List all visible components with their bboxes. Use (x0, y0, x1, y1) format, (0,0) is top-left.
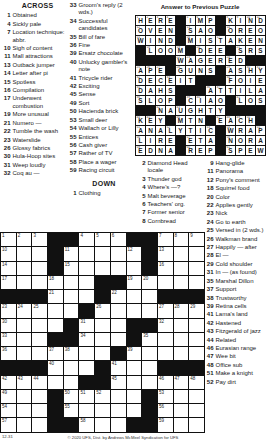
answer-cell-r10c10-black (226, 106, 235, 115)
answer-cell-r11c1: 44K (136, 116, 145, 125)
cell-r2c13[interactable] (189, 247, 204, 260)
cell-r7c7[interactable] (95, 319, 110, 332)
answer-cell-r11c12: 50H (246, 116, 255, 125)
cell-r11c4[interactable] (48, 376, 63, 389)
cell-r1c2[interactable]: 2 (17, 233, 32, 246)
cell-r9c11[interactable] (158, 347, 173, 360)
clue-text: Exciting (79, 83, 133, 90)
across-header: ACROSS (10, 2, 65, 9)
cell-letter: I (250, 77, 252, 84)
clue-number: 20 (204, 194, 216, 201)
clue-down-27: 27Happily — after (204, 244, 265, 251)
cell-number: 11 (65, 247, 70, 252)
answer-cell-r11c7: N (196, 116, 205, 125)
clue-across-50: 50Hacienda brick (67, 108, 132, 115)
clue-number: 19 (1, 111, 13, 118)
cell-number: 4 (80, 233, 83, 238)
cell-r14c8[interactable] (111, 418, 126, 431)
cell-r12c3[interactable] (32, 390, 47, 403)
cell-r7c2[interactable] (17, 319, 32, 332)
cell-r9c10[interactable] (142, 347, 157, 360)
answer-cell-r14c6: 60R (186, 146, 195, 155)
answer-cell-r8c5-black (176, 86, 185, 95)
cell-r14c2[interactable] (17, 418, 32, 431)
cell-letter: E (198, 147, 202, 154)
cell-r11c1[interactable]: 42 (1, 376, 16, 389)
cell-r7c1[interactable]: 30 (1, 319, 16, 332)
cell-r13c3[interactable] (32, 404, 47, 417)
answer-cell-r14c11: P (236, 146, 245, 155)
cell-r8c13[interactable] (189, 333, 204, 346)
clue-number: 33 (67, 2, 79, 17)
clue-number: 22 (204, 202, 216, 209)
clue-text: El — (216, 252, 266, 259)
cell-r6c8[interactable] (111, 304, 126, 317)
cell-r7c8[interactable] (111, 319, 126, 332)
answer-cell-r11c10: 48A (226, 116, 235, 125)
clue-text: Glossy fabrics (13, 145, 66, 152)
answer-cell-r12c2: N (146, 126, 155, 135)
cell-letter: A (168, 107, 173, 114)
cell-r3c9[interactable] (127, 262, 142, 275)
cell-r1c11[interactable]: 7 (158, 233, 173, 246)
cell-number: 10 (247, 16, 250, 19)
cell-r9c6[interactable] (79, 347, 94, 360)
cell-r11c10[interactable] (142, 376, 157, 389)
cell-number: 21 (237, 46, 240, 49)
clue-number: 18 (204, 185, 216, 192)
clue-number: 55 (67, 134, 79, 141)
cell-r11c2[interactable]: 43 (17, 376, 32, 389)
cell-number: 23 (187, 56, 190, 59)
clue-across-54: 54Wallach or Lilly (67, 125, 132, 132)
cell-r14c1[interactable]: 57 (1, 418, 16, 431)
cell-r7c3[interactable] (32, 319, 47, 332)
answer-cell-r5c13-black (256, 56, 265, 65)
cell-r6c3[interactable]: 25 (32, 304, 47, 317)
clue-text: Sigh of content (13, 45, 66, 52)
answer-cell-r3c10: A (226, 36, 235, 45)
clue-text: Tumble the wash (13, 128, 66, 135)
cell-r4c6[interactable] (79, 276, 94, 289)
cell-r12c8[interactable] (111, 390, 126, 403)
cell-number: 59 (137, 146, 140, 149)
cell-r7c12[interactable] (174, 319, 189, 332)
cell-letter: E (218, 47, 222, 54)
clue-down-29: 29Cold shoulder (204, 261, 265, 268)
cell-r12c11[interactable]: 53 (158, 390, 173, 403)
clue-text: Teachers' org. (148, 201, 201, 208)
cell-r3c1[interactable]: 14 (1, 262, 16, 275)
cell-r3c13[interactable] (189, 262, 204, 275)
cell-r11c9[interactable] (127, 376, 142, 389)
cell-number: 41 (237, 96, 240, 99)
cell-letter: T (199, 137, 203, 144)
across-clue-list-1: 1Obtained4Sickly pale7Location technique… (1, 12, 65, 177)
clue-text: Ersatz chocolate (79, 50, 133, 57)
cell-r12c5[interactable]: 50 (64, 390, 79, 403)
clue-text: Tricycle rider (79, 75, 133, 82)
answer-cell-r8c2: A (146, 86, 155, 95)
answer-cell-r1c1: 1H (136, 16, 145, 25)
cell-r1c5-black (64, 233, 79, 246)
cell-r12c9[interactable] (127, 390, 142, 403)
answer-cell-r4c13: S (256, 46, 265, 55)
cell-r1c3[interactable]: 3 (32, 233, 47, 246)
answer-cell-r3c7: I (196, 36, 205, 45)
clue-down-4: 4Where's —? (136, 184, 200, 191)
cell-number: 19 (177, 46, 180, 49)
cell-r13c11[interactable]: 56 (158, 404, 173, 417)
cell-number: 21 (49, 290, 54, 295)
cell-letter: N (258, 37, 263, 44)
clue-across-55: 55Entices (67, 134, 132, 141)
clue-number: 7 (1, 29, 13, 44)
cell-r11c3[interactable]: 44 (32, 376, 47, 389)
cell-letter: O (158, 47, 163, 54)
answer-cell-r5c11: D (236, 56, 245, 65)
cell-r6c12[interactable]: 28 (174, 304, 189, 317)
cell-letter: O (258, 27, 263, 34)
cell-r4c4[interactable]: 18 (48, 276, 63, 289)
cell-r9c7[interactable] (95, 347, 110, 360)
cell-r5c5[interactable] (64, 290, 79, 303)
answer-cell-r1c8: 7P (206, 16, 215, 25)
cell-r3c10-black (142, 262, 157, 275)
cell-r8c11[interactable] (158, 333, 173, 346)
cell-r11c5[interactable] (64, 376, 79, 389)
cell-r13c13[interactable] (189, 404, 204, 417)
cell-r8c6[interactable]: 34 (79, 333, 94, 346)
cell-number: 9 (190, 233, 193, 238)
cell-r5c4[interactable]: 21 (48, 290, 63, 303)
cell-r2c3[interactable] (32, 247, 47, 260)
cell-r2c9[interactable]: 12 (127, 247, 142, 260)
cell-r4c1[interactable]: 17 (1, 276, 16, 289)
cell-letter: I (240, 87, 242, 94)
answer-cell-r5c5: 22W (176, 56, 185, 65)
cell-letter: E (248, 147, 252, 154)
cell-r10c8[interactable]: 41 (111, 361, 126, 374)
cell-r6c11[interactable]: 27 (158, 304, 173, 317)
answer-cell-r11c2: 45E (146, 116, 155, 125)
cell-r9c12[interactable] (174, 347, 189, 360)
answer-cell-r13c8: A (206, 136, 215, 145)
cell-r2c2[interactable] (17, 247, 32, 260)
clue-text: Marshal Dillon (216, 278, 266, 285)
clue-text: Compilation (13, 87, 66, 94)
clue-text: Unlucky gambler's note (79, 59, 133, 74)
cell-letter: E (248, 37, 252, 44)
cell-r14c3[interactable] (32, 418, 47, 431)
answer-cell-r3c1: 15W (136, 36, 145, 45)
clue-across-41: 41Tricycle rider (67, 75, 132, 82)
clue-number: 59 (67, 167, 79, 174)
cell-r8c10[interactable]: 35 (142, 333, 157, 346)
cell-letter: R (218, 57, 223, 64)
clue-down-8: 8Cornbread (136, 218, 200, 225)
cell-r1c1[interactable]: 1 (1, 233, 16, 246)
clue-number: 10 (1, 45, 13, 52)
cell-r10c9[interactable] (127, 361, 142, 374)
cell-r13c10-black (142, 404, 157, 417)
cell-number: 10 (2, 247, 7, 252)
clue-down-43: 43Fitzgerald of jazz (204, 328, 265, 335)
answer-cell-r1c6: 5I (186, 16, 195, 25)
answer-cell-r2c4: N (166, 26, 175, 35)
cell-r4c3[interactable] (32, 276, 47, 289)
cell-r5c6[interactable] (79, 290, 94, 303)
clue-across-49: 49Sort (67, 100, 132, 107)
cell-r11c11[interactable]: 46 (158, 376, 173, 389)
answer-cell-r8c1: 35D (136, 86, 145, 95)
down-clues-column-3: 2Diamond Head locale3Thunder god4Where's… (136, 160, 200, 226)
cell-r13c2[interactable] (17, 404, 32, 417)
cell-r6c7[interactable]: 26 (95, 304, 110, 317)
cell-letter: D (238, 57, 243, 64)
clue-text: Where's —? (148, 184, 201, 191)
cell-r8c1[interactable]: 33 (1, 333, 16, 346)
cell-r3c6[interactable] (79, 262, 94, 275)
cell-number: 54 (227, 126, 230, 129)
clue-text: Thunder god (148, 176, 201, 183)
cell-r9c4[interactable]: 37 (48, 347, 63, 360)
cell-r1c12[interactable]: 8 (174, 233, 189, 246)
cell-number: 56 (159, 404, 164, 409)
answer-cell-r13c7: T (196, 136, 205, 145)
cell-r13c8[interactable] (111, 404, 126, 417)
answer-cell-r7c7-black (196, 76, 205, 85)
cell-letter: R (158, 17, 163, 24)
answer-cell-r13c9-black (216, 136, 225, 145)
answer-cell-r9c2: L (146, 96, 155, 105)
answer-cell-r5c8: E (206, 56, 215, 65)
answer-cell-r9c3: O (156, 96, 165, 105)
clue-text: Bill of fare (79, 34, 133, 41)
cell-r2c7[interactable] (95, 247, 110, 260)
cell-r9c3[interactable] (32, 347, 47, 360)
cell-r13c6[interactable] (79, 404, 94, 417)
answer-cell-r4c7: 20D (196, 46, 205, 55)
cell-r14c6[interactable]: 58 (79, 418, 94, 431)
cell-r12c12[interactable] (174, 390, 189, 403)
answer-cell-r4c1-black (136, 46, 145, 55)
cell-r7c9-black (127, 319, 142, 332)
cell-r9c2[interactable] (17, 347, 32, 360)
cell-r9c13[interactable] (189, 347, 204, 360)
cell-r10c12-black (174, 361, 189, 374)
cell-r13c5[interactable]: 55 (64, 404, 79, 417)
clue-across-35: 35Bill of fare (67, 34, 132, 41)
clue-number: 7 (136, 209, 148, 216)
cell-r4c13[interactable] (189, 276, 204, 289)
clue-across-15: 15Spotless (1, 79, 65, 86)
clue-number: 54 (67, 125, 79, 132)
cell-r12c1[interactable]: 49 (1, 390, 16, 403)
cell-r2c6[interactable] (79, 247, 94, 260)
answer-cell-r6c13: 31Y (256, 66, 265, 75)
cell-r3c3[interactable] (32, 262, 47, 275)
cell-r13c12[interactable] (174, 404, 189, 417)
cell-r13c1[interactable]: 54 (1, 404, 16, 417)
clue-across-1: 1Obtained (1, 12, 65, 19)
answer-cell-r4c11: 21S (236, 46, 245, 55)
cell-number: 28 (175, 304, 180, 309)
answer-cell-r10c1-black (136, 106, 145, 115)
cell-letter: P (208, 147, 212, 154)
cell-r5c9[interactable] (127, 290, 142, 303)
cell-r14c13[interactable] (189, 418, 204, 431)
cell-number: 26 (96, 304, 101, 309)
cell-r9c9[interactable]: 39 (127, 347, 142, 360)
cell-r6c2[interactable]: 24 (17, 304, 32, 317)
cell-r6c13[interactable]: 29 (189, 304, 204, 317)
cell-r7c11[interactable]: 32 (158, 319, 173, 332)
cell-r10c5[interactable] (64, 361, 79, 374)
cell-r8c12[interactable] (174, 333, 189, 346)
clue-text: Sort (79, 100, 133, 107)
clue-number: 13 (1, 62, 13, 69)
clue-text: Lama's land (216, 311, 266, 318)
cell-r1c13[interactable]: 9 (189, 233, 204, 246)
answer-cell-r1c10: 8K (226, 16, 235, 25)
cell-r11c13[interactable]: 48 (189, 376, 204, 389)
cell-r8c8[interactable] (111, 333, 126, 346)
cell-r2c8[interactable] (111, 247, 126, 260)
cell-r11c8[interactable]: 45 (111, 376, 126, 389)
cell-letter: I (150, 37, 152, 44)
cell-r5c10[interactable] (142, 290, 157, 303)
cell-r3c5[interactable]: 15 (64, 262, 79, 275)
cell-r2c11[interactable]: 13 (158, 247, 173, 260)
cell-r8c3[interactable] (32, 333, 47, 346)
answer-cell-r11c11: 49C (236, 116, 245, 125)
cell-r7c4[interactable] (48, 319, 63, 332)
cell-r3c2[interactable] (17, 262, 32, 275)
cell-r4c5[interactable] (64, 276, 79, 289)
cell-r4c9[interactable]: 19 (127, 276, 142, 289)
cell-r10c10[interactable] (142, 361, 157, 374)
cell-r7c6[interactable]: 31 (79, 319, 94, 332)
cell-r1c8[interactable]: 6 (111, 233, 126, 246)
cell-r4c10[interactable]: 20 (142, 276, 157, 289)
cell-r12c7[interactable]: 52 (95, 390, 110, 403)
cell-r3c11[interactable]: 16 (158, 262, 173, 275)
cell-r13c7[interactable] (95, 404, 110, 417)
cell-r14c12[interactable] (174, 418, 189, 431)
cell-r2c5[interactable]: 11 (64, 247, 79, 260)
cell-r10c2-black (17, 361, 32, 374)
clue-down-28: 28El — (204, 252, 265, 259)
answer-cell-r9c11: 41L (236, 96, 245, 105)
answer-cell-r12c4: 52L (166, 126, 175, 135)
answer-cell-r3c8: S (206, 36, 215, 45)
answer-cell-r6c8: S (206, 66, 215, 75)
cell-r4c2[interactable] (17, 276, 32, 289)
cell-r9c5[interactable]: 38 (64, 347, 79, 360)
clue-down-9: 9Hang-glide (204, 160, 265, 167)
cell-letter: A (228, 37, 233, 44)
answer-cell-r11c13-black (256, 116, 265, 125)
cell-number: 14 (227, 26, 230, 29)
cell-r1c7[interactable]: 5 (95, 233, 110, 246)
cell-r12c6[interactable]: 51 (79, 390, 94, 403)
cell-r4c12[interactable] (174, 276, 189, 289)
cell-r12c2[interactable] (17, 390, 32, 403)
cell-r6c9[interactable] (127, 304, 142, 317)
cell-number: 44 (137, 116, 140, 119)
cell-r14c7[interactable] (95, 418, 110, 431)
cell-r2c1[interactable]: 10 (1, 247, 16, 260)
cell-r6c1[interactable]: 23 (1, 304, 16, 317)
clue-text: Pay dirt (216, 379, 266, 386)
cell-r3c7[interactable] (95, 262, 110, 275)
cell-number: 2 (147, 16, 149, 19)
answer-cell-r7c13: E (256, 76, 265, 85)
cell-r8c7[interactable] (95, 333, 110, 346)
clue-number: 39 (204, 303, 216, 310)
cell-letter: H (158, 87, 163, 94)
answer-cell-r10c8: T (206, 106, 215, 115)
clue-text: Place a wager (79, 159, 133, 166)
answer-cell-r14c8: P (206, 146, 215, 155)
answer-cell-r4c8: E (206, 46, 215, 55)
cell-number: 50 (65, 390, 70, 395)
cell-r10c11-black (158, 361, 173, 374)
clue-text: Fitzgerald of jazz (216, 328, 266, 335)
cell-number: 12 (128, 247, 133, 252)
cell-number: 16 (187, 36, 190, 39)
down-header: DOWN (76, 180, 132, 187)
cell-number: 46 (177, 116, 180, 119)
cell-r1c6[interactable]: 4 (79, 233, 94, 246)
cell-r6c4[interactable] (48, 304, 63, 317)
cell-r8c2[interactable] (17, 333, 32, 346)
cell-r2c12[interactable] (174, 247, 189, 260)
cell-r11c12[interactable]: 47 (174, 376, 189, 389)
cell-letter: I (200, 37, 202, 44)
cell-r6c5[interactable] (64, 304, 79, 317)
cell-r5c7-black (95, 290, 110, 303)
cell-r9c1[interactable]: 36 (1, 347, 16, 360)
cell-r10c4[interactable]: 40 (48, 361, 63, 374)
cell-letter: A (168, 147, 173, 154)
cell-letter: R (248, 47, 253, 54)
cell-r4c11[interactable] (158, 276, 173, 289)
clue-number: 56 (67, 142, 79, 149)
cell-number: 48 (190, 376, 195, 381)
cell-r14c11[interactable]: 59 (158, 418, 173, 431)
cell-r10c6[interactable] (79, 361, 94, 374)
clue-across-36: 36Fine (67, 42, 132, 49)
cell-r13c9[interactable] (127, 404, 142, 417)
cell-number: 14 (2, 262, 7, 267)
clue-number: 26 (204, 236, 216, 243)
cell-r3c12[interactable] (174, 262, 189, 275)
cell-r12c13[interactable] (189, 390, 204, 403)
cell-number: 11 (257, 16, 260, 19)
cell-r3c8[interactable] (111, 262, 126, 275)
clue-text: Underwent combustion (13, 95, 66, 110)
cell-r2c4-black (48, 247, 63, 260)
cell-r3c4-black (48, 262, 63, 275)
answer-cell-r4c4: O (166, 46, 175, 55)
cell-r7c13[interactable] (189, 319, 204, 332)
cell-r5c8[interactable]: 22 (111, 290, 126, 303)
cell-r6c10[interactable] (142, 304, 157, 317)
crossword-page: ACROSS 1Obtained4Sickly pale7Location te… (0, 0, 266, 440)
cell-r10c1-black (1, 361, 16, 374)
